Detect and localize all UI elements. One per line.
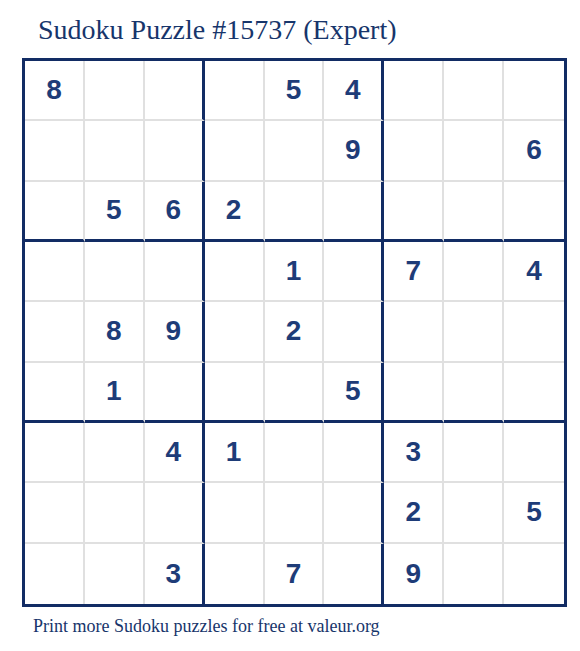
sudoku-cell-r9c2: [85, 544, 145, 604]
sudoku-cell-r8c8: [444, 483, 504, 543]
sudoku-cell-r6c6: 5: [324, 363, 384, 423]
sudoku-cell-r9c1: [25, 544, 85, 604]
sudoku-cell-r6c7: [384, 363, 444, 423]
sudoku-cell-r4c2: [85, 242, 145, 302]
sudoku-cell-r4c4: [205, 242, 265, 302]
sudoku-cell-r7c3: 4: [145, 423, 205, 483]
sudoku-cell-r5c1: [25, 302, 85, 362]
sudoku-cell-r9c3: 3: [145, 544, 205, 604]
sudoku-cell-r5c6: [324, 302, 384, 362]
sudoku-cell-r1c4: [205, 61, 265, 121]
sudoku-cell-r2c9: 6: [504, 121, 564, 181]
sudoku-cell-r9c5: 7: [265, 544, 325, 604]
sudoku-board: 854965621748921541325379: [22, 58, 567, 607]
sudoku-cell-r8c1: [25, 483, 85, 543]
sudoku-cell-r3c2: 5: [85, 182, 145, 242]
sudoku-cell-r6c4: [205, 363, 265, 423]
sudoku-cell-r1c9: [504, 61, 564, 121]
sudoku-cell-r1c5: 5: [265, 61, 325, 121]
sudoku-cell-r2c8: [444, 121, 504, 181]
sudoku-cell-r9c7: 9: [384, 544, 444, 604]
sudoku-cell-r4c8: [444, 242, 504, 302]
sudoku-cell-r4c3: [145, 242, 205, 302]
sudoku-cell-r3c7: [384, 182, 444, 242]
sudoku-cell-r4c6: [324, 242, 384, 302]
sudoku-cell-r1c8: [444, 61, 504, 121]
sudoku-cell-r7c5: [265, 423, 325, 483]
sudoku-cell-r8c7: 2: [384, 483, 444, 543]
sudoku-cell-r8c9: 5: [504, 483, 564, 543]
sudoku-cell-r1c2: [85, 61, 145, 121]
sudoku-cell-r5c5: 2: [265, 302, 325, 362]
sudoku-cell-r3c4: 2: [205, 182, 265, 242]
sudoku-cell-r7c2: [85, 423, 145, 483]
sudoku-cell-r1c6: 4: [324, 61, 384, 121]
sudoku-cell-r6c5: [265, 363, 325, 423]
sudoku-cell-r5c3: 9: [145, 302, 205, 362]
sudoku-cell-r2c4: [205, 121, 265, 181]
sudoku-cell-r9c4: [205, 544, 265, 604]
sudoku-cell-r6c3: [145, 363, 205, 423]
sudoku-cell-r8c3: [145, 483, 205, 543]
sudoku-cell-r9c8: [444, 544, 504, 604]
sudoku-cell-r4c5: 1: [265, 242, 325, 302]
page-title: Sudoku Puzzle #15737 (Expert): [38, 16, 397, 44]
sudoku-cell-r2c6: 9: [324, 121, 384, 181]
sudoku-cell-r6c1: [25, 363, 85, 423]
sudoku-cell-r1c7: [384, 61, 444, 121]
sudoku-cell-r5c2: 8: [85, 302, 145, 362]
sudoku-cell-r3c9: [504, 182, 564, 242]
sudoku-cell-r4c9: 4: [504, 242, 564, 302]
sudoku-cell-r1c1: 8: [25, 61, 85, 121]
sudoku-cell-r3c6: [324, 182, 384, 242]
sudoku-cell-r9c6: [324, 544, 384, 604]
sudoku-cell-r4c1: [25, 242, 85, 302]
sudoku-cell-r4c7: 7: [384, 242, 444, 302]
sudoku-cell-r6c8: [444, 363, 504, 423]
sudoku-cell-r2c5: [265, 121, 325, 181]
sudoku-cell-r5c9: [504, 302, 564, 362]
sudoku-cell-r7c9: [504, 423, 564, 483]
sudoku-cell-r6c9: [504, 363, 564, 423]
sudoku-cell-r2c2: [85, 121, 145, 181]
sudoku-cell-r8c5: [265, 483, 325, 543]
sudoku-cell-r5c7: [384, 302, 444, 362]
sudoku-cell-r8c4: [205, 483, 265, 543]
sudoku-cell-r7c1: [25, 423, 85, 483]
sudoku-cell-r2c1: [25, 121, 85, 181]
sudoku-cell-r6c2: 1: [85, 363, 145, 423]
sudoku-cell-r3c1: [25, 182, 85, 242]
sudoku-cell-r7c7: 3: [384, 423, 444, 483]
sudoku-cell-r5c8: [444, 302, 504, 362]
sudoku-cell-r2c7: [384, 121, 444, 181]
sudoku-cell-r3c5: [265, 182, 325, 242]
sudoku-cell-r7c6: [324, 423, 384, 483]
sudoku-cell-r8c6: [324, 483, 384, 543]
sudoku-cell-r7c8: [444, 423, 504, 483]
footer-text: Print more Sudoku puzzles for free at va…: [33, 616, 380, 638]
sudoku-cell-r2c3: [145, 121, 205, 181]
sudoku-cell-r8c2: [85, 483, 145, 543]
sudoku-cell-r1c3: [145, 61, 205, 121]
sudoku-cell-r7c4: 1: [205, 423, 265, 483]
sudoku-cell-r5c4: [205, 302, 265, 362]
sudoku-cell-r3c3: 6: [145, 182, 205, 242]
sudoku-cell-r9c9: [504, 544, 564, 604]
sudoku-cell-r3c8: [444, 182, 504, 242]
sudoku-page: Sudoku Puzzle #15737 (Expert) 8549656217…: [0, 0, 580, 651]
